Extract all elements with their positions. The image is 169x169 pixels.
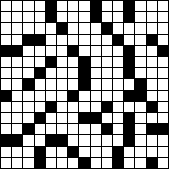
- white-cell-r7c1[interactable]: [12, 79, 22, 89]
- white-cell-r7c5[interactable]: [57, 79, 67, 89]
- white-cell-r14c1[interactable]: [12, 158, 22, 168]
- black-cell-r10c3: [35, 113, 45, 123]
- white-cell-r3c14[interactable]: [158, 35, 168, 45]
- white-cell-r11c3[interactable]: [35, 124, 45, 134]
- white-cell-r2c3[interactable]: [35, 23, 45, 33]
- white-cell-r9c14[interactable]: [158, 102, 168, 112]
- white-cell-r6c10[interactable]: [113, 68, 123, 78]
- white-cell-r10c2[interactable]: [23, 113, 33, 123]
- white-cell-r9c10[interactable]: [113, 102, 123, 112]
- white-cell-r0c3[interactable]: [35, 1, 45, 11]
- white-cell-r6c14[interactable]: [158, 68, 168, 78]
- black-cell-r11c2: [23, 124, 33, 134]
- white-cell-r2c7[interactable]: [79, 23, 89, 33]
- white-cell-r5c12[interactable]: [135, 57, 145, 67]
- white-cell-r13c12[interactable]: [135, 147, 145, 157]
- white-cell-r8c9[interactable]: [102, 91, 112, 101]
- white-cell-r9c3[interactable]: [35, 102, 45, 112]
- black-cell-r12c4: [46, 135, 56, 145]
- white-cell-r4c2[interactable]: [23, 46, 33, 56]
- white-cell-r9c5[interactable]: [57, 102, 67, 112]
- white-cell-r12c12[interactable]: [135, 135, 145, 145]
- white-cell-r2c2[interactable]: [23, 23, 33, 33]
- white-cell-r9c6[interactable]: [68, 102, 78, 112]
- white-cell-r6c9[interactable]: [102, 68, 112, 78]
- white-cell-r4c13[interactable]: [147, 46, 157, 56]
- white-cell-r7c14[interactable]: [158, 79, 168, 89]
- white-cell-r3c1[interactable]: [12, 35, 22, 45]
- white-cell-r10c1[interactable]: [12, 113, 22, 123]
- black-cell-r6c11: [124, 68, 134, 78]
- black-cell-r11c14: [158, 124, 168, 134]
- white-cell-r14c9[interactable]: [102, 158, 112, 168]
- white-cell-r7c9[interactable]: [102, 79, 112, 89]
- white-cell-r11c6[interactable]: [68, 124, 78, 134]
- white-cell-r4c7[interactable]: [79, 46, 89, 56]
- black-cell-r9c13: [147, 102, 157, 112]
- white-cell-r2c8[interactable]: [91, 23, 101, 33]
- white-cell-r11c7[interactable]: [79, 124, 89, 134]
- white-cell-r5c13[interactable]: [147, 57, 157, 67]
- white-cell-r8c10[interactable]: [113, 91, 123, 101]
- black-cell-r14c7: [79, 158, 89, 168]
- black-cell-r14c3: [35, 158, 45, 168]
- white-cell-r4c5[interactable]: [57, 46, 67, 56]
- white-cell-r6c12[interactable]: [135, 68, 145, 78]
- black-cell-r10c7: [79, 113, 89, 123]
- white-cell-r14c2[interactable]: [23, 158, 33, 168]
- white-cell-r4c10[interactable]: [113, 46, 123, 56]
- black-cell-r3c10: [113, 35, 123, 45]
- black-cell-r7c2: [23, 79, 33, 89]
- crossword-board: [0, 0, 169, 169]
- black-cell-r11c11: [124, 124, 134, 134]
- white-cell-r5c5[interactable]: [57, 57, 67, 67]
- white-cell-r9c12[interactable]: [135, 102, 145, 112]
- white-cell-r1c9[interactable]: [102, 12, 112, 22]
- white-cell-r4c12[interactable]: [135, 46, 145, 56]
- white-cell-r9c2[interactable]: [23, 102, 33, 112]
- black-cell-r7c12: [135, 79, 145, 89]
- white-cell-r0c10[interactable]: [113, 1, 123, 11]
- white-cell-r1c13[interactable]: [147, 12, 157, 22]
- black-cell-r12c0: [1, 135, 11, 145]
- black-cell-r1c8: [91, 12, 101, 22]
- white-cell-r9c0[interactable]: [1, 102, 11, 112]
- white-cell-r10c13[interactable]: [147, 113, 157, 123]
- white-cell-r10c0[interactable]: [1, 113, 11, 123]
- white-cell-r11c12[interactable]: [135, 124, 145, 134]
- white-cell-r5c10[interactable]: [113, 57, 123, 67]
- white-cell-r5c6[interactable]: [68, 57, 78, 67]
- white-cell-r10c5[interactable]: [57, 113, 67, 123]
- black-cell-r10c11: [124, 113, 134, 123]
- white-cell-r2c6[interactable]: [68, 23, 78, 33]
- white-cell-r3c7[interactable]: [79, 35, 89, 45]
- black-cell-r2c9: [102, 23, 112, 33]
- white-cell-r8c5[interactable]: [57, 91, 67, 101]
- white-cell-r7c11[interactable]: [124, 79, 134, 89]
- black-cell-r14c10: [113, 158, 123, 168]
- white-cell-r4c9[interactable]: [102, 46, 112, 56]
- white-cell-r9c7[interactable]: [79, 102, 89, 112]
- black-cell-r2c5: [57, 23, 67, 33]
- black-cell-r10c8: [91, 113, 101, 123]
- white-cell-r5c14[interactable]: [158, 57, 168, 67]
- white-cell-r13c0[interactable]: [1, 147, 11, 157]
- white-cell-r2c0[interactable]: [1, 23, 11, 33]
- white-cell-r13c4[interactable]: [46, 147, 56, 157]
- white-cell-r4c8[interactable]: [91, 46, 101, 56]
- white-cell-r1c5[interactable]: [57, 12, 67, 22]
- white-cell-r12c7[interactable]: [79, 135, 89, 145]
- white-cell-r6c0[interactable]: [1, 68, 11, 78]
- white-cell-r6c6[interactable]: [68, 68, 78, 78]
- white-cell-r10c9[interactable]: [102, 113, 112, 123]
- white-cell-r13c8[interactable]: [91, 147, 101, 157]
- white-cell-r0c2[interactable]: [23, 1, 33, 11]
- white-cell-r8c14[interactable]: [158, 91, 168, 101]
- black-cell-r8c6: [68, 91, 78, 101]
- black-cell-r9c4: [46, 102, 56, 112]
- white-cell-r0c13[interactable]: [147, 1, 157, 11]
- black-cell-r4c1: [12, 46, 22, 56]
- white-cell-r0c9[interactable]: [102, 1, 112, 11]
- black-cell-r13c3: [35, 147, 45, 157]
- white-cell-r2c14[interactable]: [158, 23, 168, 33]
- white-cell-r3c5[interactable]: [57, 35, 67, 45]
- white-cell-r8c13[interactable]: [147, 91, 157, 101]
- white-cell-r0c1[interactable]: [12, 1, 22, 11]
- white-cell-r1c14[interactable]: [158, 12, 168, 22]
- white-cell-r13c1[interactable]: [12, 147, 22, 157]
- white-cell-r2c13[interactable]: [147, 23, 157, 33]
- white-cell-r0c0[interactable]: [1, 1, 11, 11]
- white-cell-r14c0[interactable]: [1, 158, 11, 168]
- white-cell-r3c8[interactable]: [91, 35, 101, 45]
- black-cell-r12c1: [12, 135, 22, 145]
- white-cell-r10c4[interactable]: [46, 113, 56, 123]
- white-cell-r14c6[interactable]: [68, 158, 78, 168]
- white-cell-r13c14[interactable]: [158, 147, 168, 157]
- black-cell-r0c4: [46, 1, 56, 11]
- white-cell-r1c6[interactable]: [68, 12, 78, 22]
- white-cell-r9c1[interactable]: [12, 102, 22, 112]
- white-cell-r13c2[interactable]: [23, 147, 33, 157]
- black-cell-r3c13: [147, 35, 157, 45]
- white-cell-r3c6[interactable]: [68, 35, 78, 45]
- white-cell-r6c13[interactable]: [147, 68, 157, 78]
- white-cell-r4c4[interactable]: [46, 46, 56, 56]
- white-cell-r14c12[interactable]: [135, 158, 145, 168]
- white-cell-r0c7[interactable]: [79, 1, 89, 11]
- white-cell-r1c0[interactable]: [1, 12, 11, 22]
- white-cell-r11c1[interactable]: [12, 124, 22, 134]
- black-cell-r5c11: [124, 57, 134, 67]
- white-cell-r5c0[interactable]: [1, 57, 11, 67]
- white-cell-r14c8[interactable]: [91, 158, 101, 168]
- white-cell-r2c10[interactable]: [113, 23, 123, 33]
- white-cell-r0c12[interactable]: [135, 1, 145, 11]
- white-cell-r14c4[interactable]: [46, 158, 56, 168]
- white-cell-r13c7[interactable]: [79, 147, 89, 157]
- white-cell-r3c11[interactable]: [124, 35, 134, 45]
- white-cell-r1c3[interactable]: [35, 12, 45, 22]
- white-cell-r11c5[interactable]: [57, 124, 67, 134]
- black-cell-r6c7: [79, 68, 89, 78]
- white-cell-r12c8[interactable]: [91, 135, 101, 145]
- white-cell-r3c12[interactable]: [135, 35, 145, 45]
- white-cell-r7c3[interactable]: [35, 79, 45, 89]
- white-cell-r12c13[interactable]: [147, 135, 157, 145]
- white-cell-r2c11[interactable]: [124, 23, 134, 33]
- black-cell-r8c0: [1, 91, 11, 101]
- white-cell-r0c14[interactable]: [158, 1, 168, 11]
- white-cell-r7c4[interactable]: [46, 79, 56, 89]
- black-cell-r4c6: [68, 46, 78, 56]
- white-cell-r8c4[interactable]: [46, 91, 56, 101]
- white-cell-r8c2[interactable]: [23, 91, 33, 101]
- black-cell-r12c5: [57, 135, 67, 145]
- white-cell-r9c11[interactable]: [124, 102, 134, 112]
- white-cell-r8c7[interactable]: [79, 91, 89, 101]
- white-cell-r12c2[interactable]: [23, 135, 33, 145]
- white-cell-r5c2[interactable]: [23, 57, 33, 67]
- white-cell-r11c4[interactable]: [46, 124, 56, 134]
- white-cell-r0c6[interactable]: [68, 1, 78, 11]
- white-cell-r14c14[interactable]: [158, 158, 168, 168]
- white-cell-r12c6[interactable]: [68, 135, 78, 145]
- black-cell-r13c6: [68, 147, 78, 157]
- white-cell-r10c12[interactable]: [135, 113, 145, 123]
- black-cell-r8c12: [135, 91, 145, 101]
- white-cell-r5c1[interactable]: [12, 57, 22, 67]
- white-cell-r1c1[interactable]: [12, 12, 22, 22]
- white-cell-r3c9[interactable]: [102, 35, 112, 45]
- crossword-grid: [0, 0, 169, 169]
- black-cell-r3c3: [35, 35, 45, 45]
- white-cell-r3c0[interactable]: [1, 35, 11, 45]
- white-cell-r13c13[interactable]: [147, 147, 157, 157]
- white-cell-r10c10[interactable]: [113, 113, 123, 123]
- white-cell-r11c10[interactable]: [113, 124, 123, 134]
- white-cell-r10c6[interactable]: [68, 113, 78, 123]
- white-cell-r14c5[interactable]: [57, 158, 67, 168]
- white-cell-r2c1[interactable]: [12, 23, 22, 33]
- black-cell-r11c13: [147, 124, 157, 134]
- white-cell-r3c4[interactable]: [46, 35, 56, 45]
- black-cell-r3c2: [23, 35, 33, 45]
- white-cell-r6c4[interactable]: [46, 68, 56, 78]
- white-cell-r11c8[interactable]: [91, 124, 101, 134]
- white-cell-r5c3[interactable]: [35, 57, 45, 67]
- white-cell-r1c2[interactable]: [23, 12, 33, 22]
- white-cell-r2c12[interactable]: [135, 23, 145, 33]
- white-cell-r1c12[interactable]: [135, 12, 145, 22]
- black-cell-r1c11: [124, 12, 134, 22]
- white-cell-r12c10[interactable]: [113, 135, 123, 145]
- white-cell-r0c5[interactable]: [57, 1, 67, 11]
- white-cell-r12c14[interactable]: [158, 135, 168, 145]
- black-cell-r4c14: [158, 46, 168, 56]
- white-cell-r4c3[interactable]: [35, 46, 45, 56]
- white-cell-r5c9[interactable]: [102, 57, 112, 67]
- white-cell-r10c14[interactable]: [158, 113, 168, 123]
- white-cell-r12c9[interactable]: [102, 135, 112, 145]
- black-cell-r4c11: [124, 46, 134, 56]
- white-cell-r8c1[interactable]: [12, 91, 22, 101]
- white-cell-r13c9[interactable]: [102, 147, 112, 157]
- white-cell-r6c8[interactable]: [91, 68, 101, 78]
- white-cell-r2c4[interactable]: [46, 23, 56, 33]
- white-cell-r5c8[interactable]: [91, 57, 101, 67]
- white-cell-r11c0[interactable]: [1, 124, 11, 134]
- black-cell-r7c7: [79, 79, 89, 89]
- black-cell-r4c0: [1, 46, 11, 56]
- black-cell-r9c9: [102, 102, 112, 112]
- white-cell-r1c10[interactable]: [113, 12, 123, 22]
- white-cell-r14c11[interactable]: [124, 158, 134, 168]
- white-cell-r7c8[interactable]: [91, 79, 101, 89]
- white-cell-r12c3[interactable]: [35, 135, 45, 145]
- white-cell-r9c8[interactable]: [91, 102, 101, 112]
- white-cell-r6c5[interactable]: [57, 68, 67, 78]
- black-cell-r11c9: [102, 124, 112, 134]
- black-cell-r13c10: [113, 147, 123, 157]
- black-cell-r6c3: [35, 68, 45, 78]
- white-cell-r6c2[interactable]: [23, 68, 33, 78]
- white-cell-r13c5[interactable]: [57, 147, 67, 157]
- white-cell-r6c1[interactable]: [12, 68, 22, 78]
- black-cell-r0c8: [91, 1, 101, 11]
- black-cell-r1c4: [46, 12, 56, 22]
- black-cell-r12c11: [124, 135, 134, 145]
- black-cell-r0c11: [124, 1, 134, 11]
- white-cell-r7c6[interactable]: [68, 79, 78, 89]
- black-cell-r5c4: [46, 57, 56, 67]
- white-cell-r8c8[interactable]: [91, 91, 101, 101]
- black-cell-r14c13: [147, 158, 157, 168]
- white-cell-r8c3[interactable]: [35, 91, 45, 101]
- white-cell-r7c10[interactable]: [113, 79, 123, 89]
- white-cell-r13c11[interactable]: [124, 147, 134, 157]
- white-cell-r1c7[interactable]: [79, 12, 89, 22]
- white-cell-r7c0[interactable]: [1, 79, 11, 89]
- black-cell-r8c11: [124, 91, 134, 101]
- white-cell-r7c13[interactable]: [147, 79, 157, 89]
- black-cell-r5c7: [79, 57, 89, 67]
